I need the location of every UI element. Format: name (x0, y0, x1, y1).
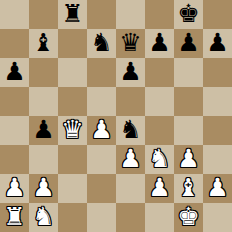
square-d3[interactable] (87, 145, 116, 174)
square-g8[interactable]: ♚ (174, 0, 203, 29)
square-b2[interactable]: ♟ (29, 174, 58, 203)
square-b3[interactable] (29, 145, 58, 174)
black-bishop: ♝ (32, 30, 54, 55)
square-e7[interactable]: ♛ (116, 29, 145, 58)
square-f5[interactable] (145, 87, 174, 116)
black-pawn: ♟ (148, 30, 170, 55)
square-a3[interactable] (0, 145, 29, 174)
white-pawn: ♟ (206, 175, 228, 200)
square-e1[interactable] (116, 203, 145, 232)
square-c3[interactable] (58, 145, 87, 174)
square-f3[interactable]: ♞ (145, 145, 174, 174)
black-queen: ♛ (119, 30, 141, 55)
square-d2[interactable] (87, 174, 116, 203)
square-c7[interactable] (58, 29, 87, 58)
square-e3[interactable]: ♟ (116, 145, 145, 174)
square-g5[interactable] (174, 87, 203, 116)
white-pawn: ♟ (32, 175, 54, 200)
square-b8[interactable] (29, 0, 58, 29)
square-f4[interactable] (145, 116, 174, 145)
black-pawn: ♟ (177, 30, 199, 55)
square-b7[interactable]: ♝ (29, 29, 58, 58)
square-g4[interactable] (174, 116, 203, 145)
square-e6[interactable]: ♟ (116, 58, 145, 87)
square-f7[interactable]: ♟ (145, 29, 174, 58)
square-e5[interactable] (116, 87, 145, 116)
white-pawn: ♟ (3, 175, 25, 200)
square-a6[interactable]: ♟ (0, 58, 29, 87)
square-h1[interactable] (203, 203, 232, 232)
square-h5[interactable] (203, 87, 232, 116)
square-b1[interactable]: ♞ (29, 203, 58, 232)
square-a7[interactable] (0, 29, 29, 58)
square-c4[interactable]: ♛ (58, 116, 87, 145)
square-d4[interactable]: ♟ (87, 116, 116, 145)
square-d5[interactable] (87, 87, 116, 116)
square-c6[interactable] (58, 58, 87, 87)
white-knight: ♞ (32, 204, 54, 229)
square-c2[interactable] (58, 174, 87, 203)
white-knight: ♞ (148, 146, 170, 171)
square-c8[interactable]: ♜ (58, 0, 87, 29)
black-knight: ♞ (90, 30, 112, 55)
square-g1[interactable]: ♚ (174, 203, 203, 232)
square-h6[interactable] (203, 58, 232, 87)
square-h8[interactable] (203, 0, 232, 29)
square-a1[interactable]: ♜ (0, 203, 29, 232)
square-g3[interactable]: ♟ (174, 145, 203, 174)
black-knight: ♞ (119, 117, 141, 142)
square-c5[interactable] (58, 87, 87, 116)
square-a8[interactable] (0, 0, 29, 29)
black-pawn: ♟ (119, 59, 141, 84)
white-queen: ♛ (61, 117, 83, 142)
black-pawn: ♟ (32, 117, 54, 142)
black-pawn: ♟ (3, 59, 25, 84)
square-f1[interactable] (145, 203, 174, 232)
white-pawn: ♟ (177, 146, 199, 171)
square-b6[interactable] (29, 58, 58, 87)
square-g2[interactable]: ♝ (174, 174, 203, 203)
square-c1[interactable] (58, 203, 87, 232)
square-d6[interactable] (87, 58, 116, 87)
square-e4[interactable]: ♞ (116, 116, 145, 145)
square-g7[interactable]: ♟ (174, 29, 203, 58)
square-b4[interactable]: ♟ (29, 116, 58, 145)
white-king: ♚ (177, 204, 199, 229)
white-pawn: ♟ (119, 146, 141, 171)
square-h2[interactable]: ♟ (203, 174, 232, 203)
square-h4[interactable] (203, 116, 232, 145)
square-d8[interactable] (87, 0, 116, 29)
white-rook: ♜ (3, 204, 25, 229)
square-f2[interactable]: ♟ (145, 174, 174, 203)
square-d7[interactable]: ♞ (87, 29, 116, 58)
square-a4[interactable] (0, 116, 29, 145)
square-a2[interactable]: ♟ (0, 174, 29, 203)
black-rook: ♜ (61, 1, 83, 26)
square-f6[interactable] (145, 58, 174, 87)
white-bishop: ♝ (177, 175, 199, 200)
square-h7[interactable]: ♟ (203, 29, 232, 58)
white-pawn: ♟ (148, 175, 170, 200)
square-f8[interactable] (145, 0, 174, 29)
square-a5[interactable] (0, 87, 29, 116)
black-pawn: ♟ (206, 30, 228, 55)
chess-board: ♜♚♝♞♛♟♟♟♟♟♟♛♟♞♟♞♟♟♟♟♝♟♜♞♚ (0, 0, 232, 232)
square-h3[interactable] (203, 145, 232, 174)
black-king: ♚ (177, 1, 199, 26)
square-e2[interactable] (116, 174, 145, 203)
square-g6[interactable] (174, 58, 203, 87)
square-b5[interactable] (29, 87, 58, 116)
white-pawn: ♟ (90, 117, 112, 142)
square-e8[interactable] (116, 0, 145, 29)
square-d1[interactable] (87, 203, 116, 232)
